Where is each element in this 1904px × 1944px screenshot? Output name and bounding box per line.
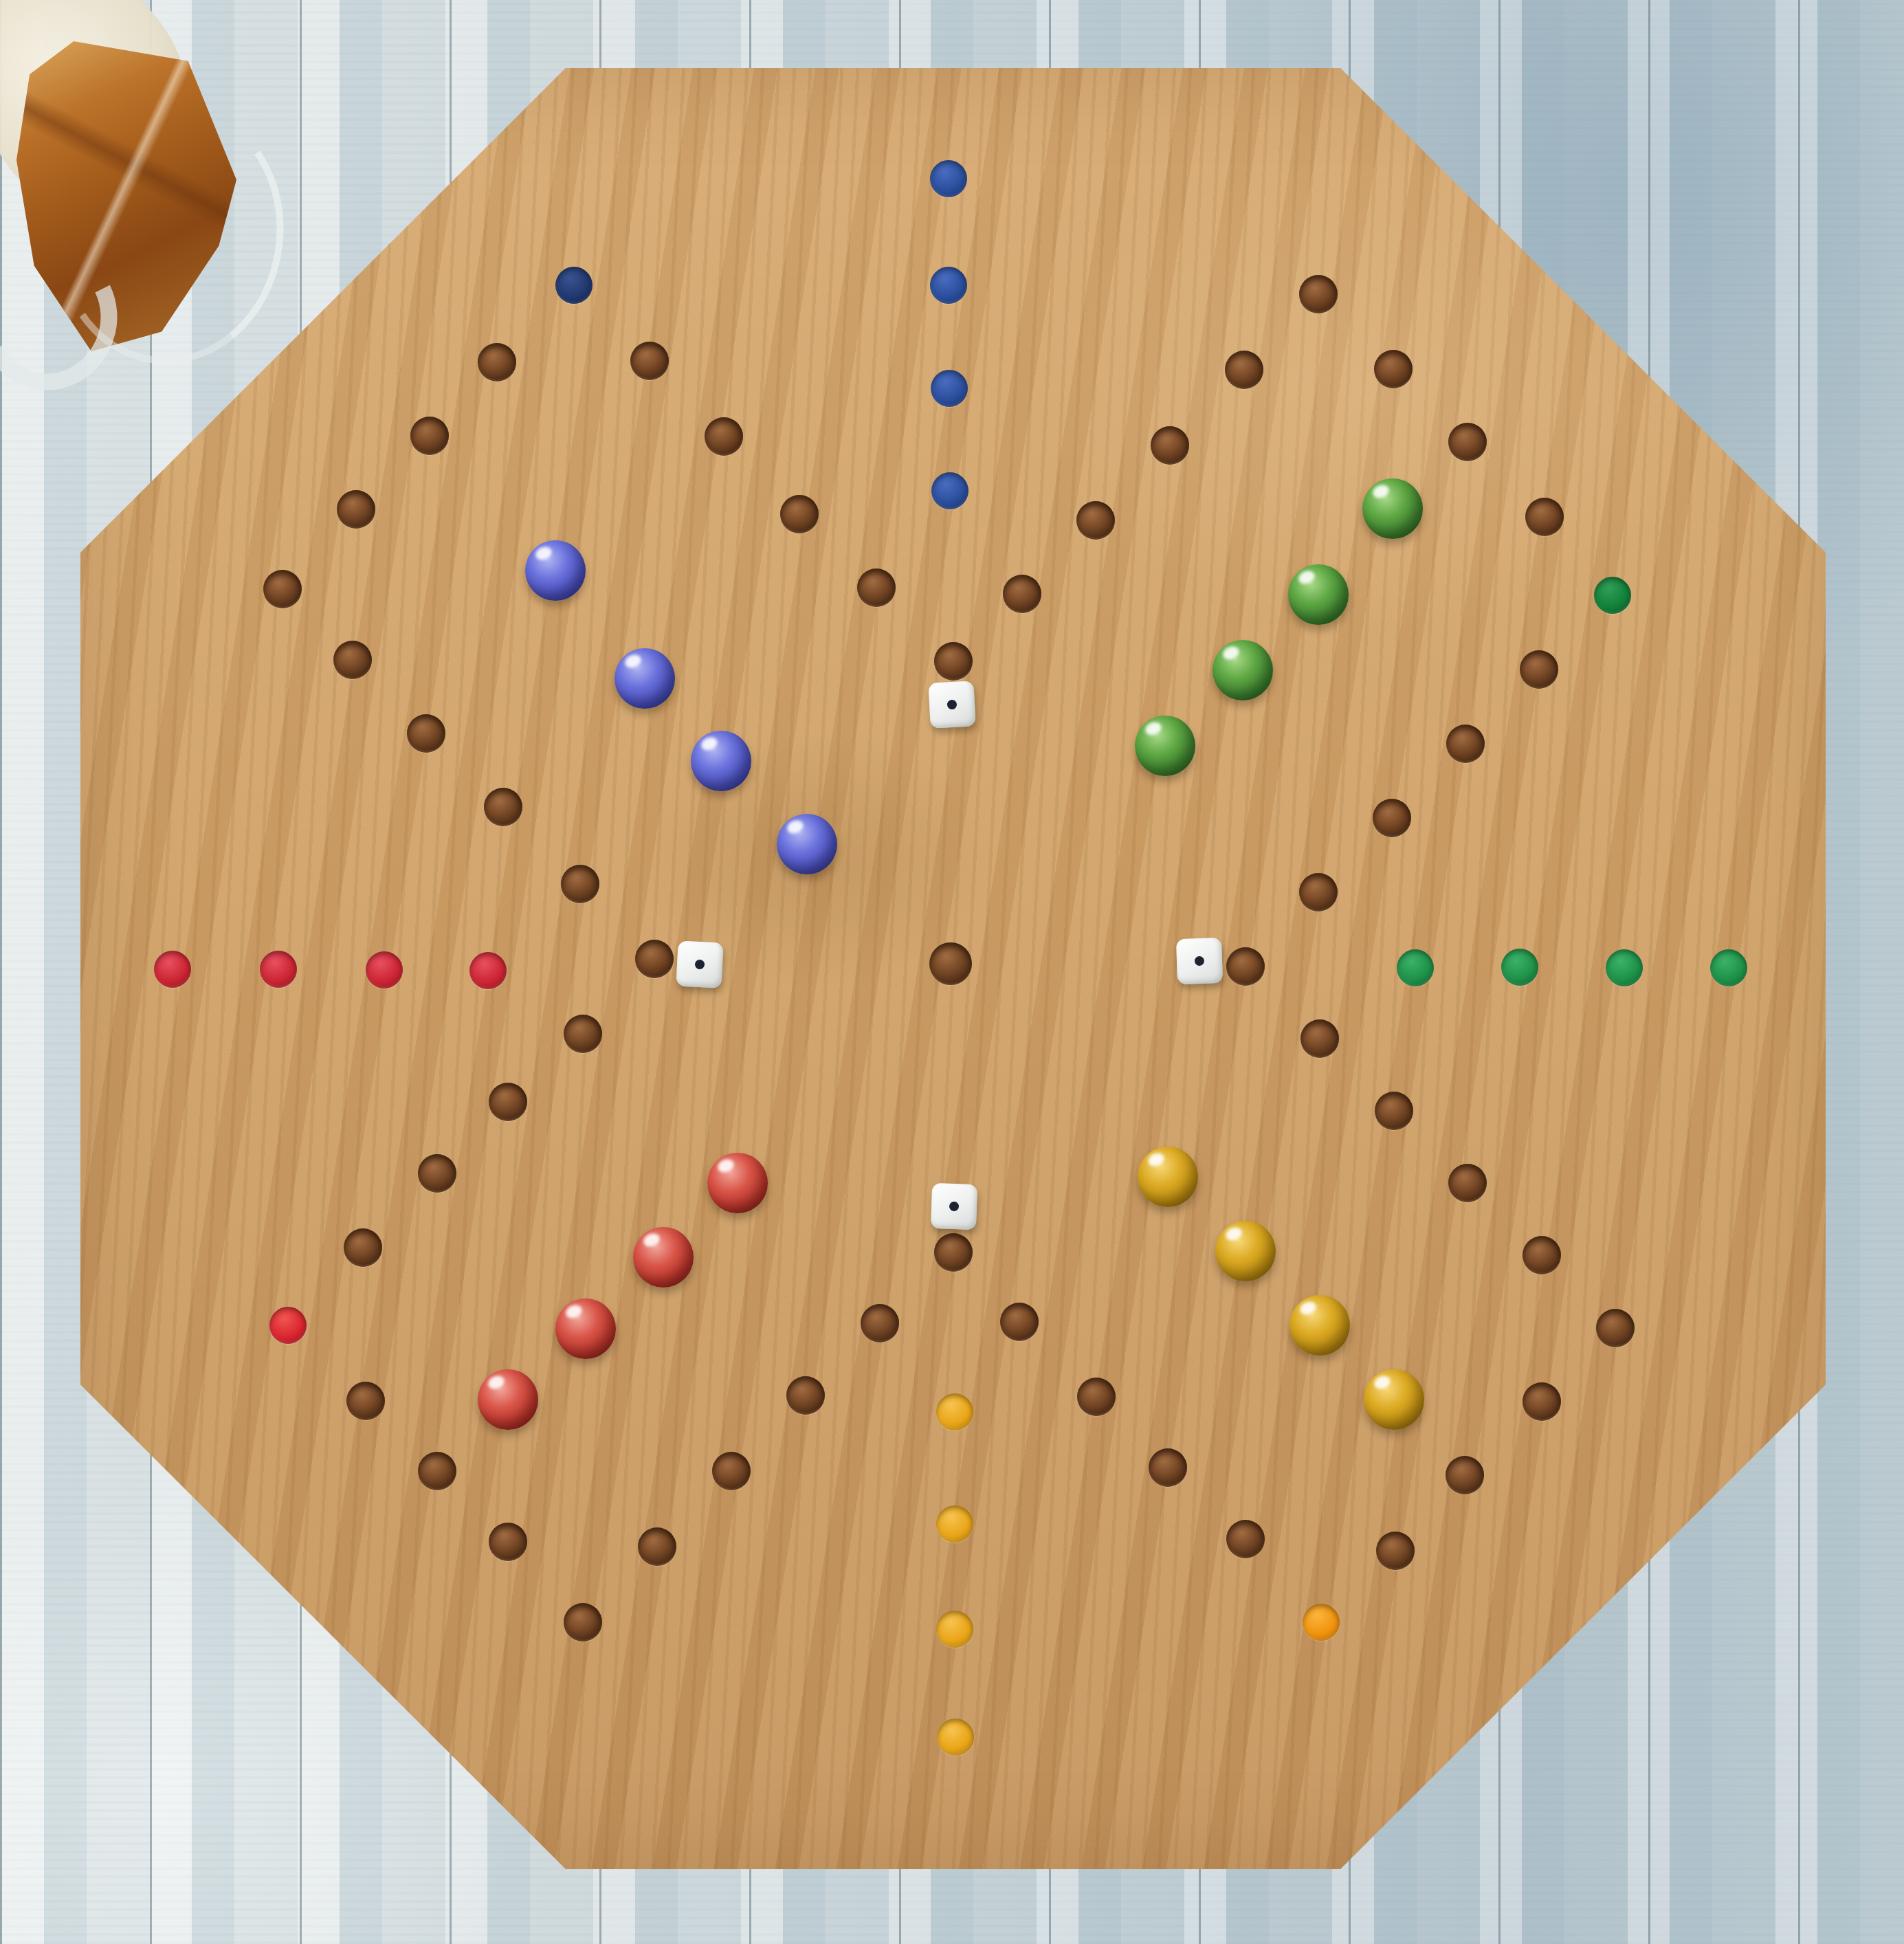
track-hole — [418, 1154, 456, 1193]
track-hole — [857, 568, 896, 607]
home-hole-green — [1397, 949, 1434, 986]
track-hole — [934, 1233, 973, 1272]
home-hole-green — [1501, 949, 1538, 986]
track-hole — [1374, 350, 1413, 388]
home-hole-green — [1710, 949, 1747, 986]
track-hole — [489, 1523, 527, 1561]
track-hole — [1376, 1532, 1415, 1570]
marble-yellow[interactable] — [1138, 1147, 1198, 1207]
track-hole — [564, 1015, 602, 1053]
track-hole — [1000, 1303, 1039, 1341]
track-hole — [861, 1304, 899, 1343]
home-hole-yellow — [937, 1719, 974, 1756]
track-hole — [1373, 799, 1411, 837]
track-hole — [780, 495, 819, 533]
marble-blue[interactable] — [777, 814, 837, 874]
track-hole — [1299, 873, 1338, 912]
home-hole-red — [469, 952, 507, 989]
track-hole — [337, 490, 375, 529]
marble-red[interactable] — [478, 1369, 538, 1430]
marble-red[interactable] — [633, 1227, 694, 1288]
start-hole-blue — [555, 267, 593, 304]
center-hole — [929, 942, 972, 985]
track-hole — [934, 642, 973, 681]
home-hole-blue — [931, 472, 968, 509]
marble-green[interactable] — [1135, 716, 1195, 776]
tea-glass — [0, 0, 263, 426]
track-hole — [1003, 575, 1041, 613]
track-hole — [1375, 1092, 1413, 1130]
home-hole-red — [154, 951, 191, 988]
track-hole — [635, 940, 674, 978]
marble-green[interactable] — [1213, 640, 1273, 700]
home-hole-yellow — [936, 1393, 973, 1431]
marble-red[interactable] — [707, 1153, 768, 1213]
marble-red[interactable] — [555, 1299, 616, 1359]
track-hole — [1448, 423, 1487, 461]
holes-and-pieces-layer — [80, 68, 1826, 1869]
track-hole — [407, 714, 445, 753]
track-hole — [705, 417, 743, 456]
track-hole — [1523, 1236, 1561, 1274]
track-hole — [1523, 1382, 1561, 1421]
home-hole-blue — [930, 160, 967, 197]
track-hole — [1151, 426, 1189, 465]
track-hole — [1520, 650, 1558, 689]
die-pip — [949, 1202, 959, 1211]
home-hole-red — [260, 951, 297, 988]
game-board — [80, 68, 1826, 1869]
die[interactable] — [676, 940, 723, 988]
track-hole — [1596, 1309, 1635, 1347]
marble-blue[interactable] — [615, 648, 675, 709]
track-hole — [333, 641, 372, 679]
track-hole — [638, 1527, 676, 1566]
track-hole — [1300, 1019, 1339, 1058]
track-hole — [1299, 275, 1338, 313]
track-hole — [1076, 501, 1115, 540]
home-hole-green — [1606, 949, 1643, 986]
home-hole-red — [366, 951, 403, 988]
track-hole — [346, 1382, 385, 1420]
home-hole-yellow — [936, 1505, 973, 1543]
die-pip — [1195, 956, 1204, 966]
die[interactable] — [928, 681, 975, 728]
start-hole-yellow — [1303, 1604, 1340, 1641]
track-hole — [263, 570, 302, 608]
track-hole — [1149, 1448, 1187, 1487]
marble-yellow[interactable] — [1289, 1295, 1350, 1356]
track-hole — [630, 342, 669, 380]
marble-blue[interactable] — [525, 540, 586, 601]
start-hole-red — [269, 1307, 307, 1344]
home-hole-blue — [931, 370, 968, 407]
marble-blue[interactable] — [691, 731, 751, 791]
track-hole — [1225, 351, 1263, 389]
marble-yellow[interactable] — [1364, 1369, 1424, 1430]
track-hole — [1446, 725, 1485, 763]
track-hole — [1525, 498, 1564, 536]
track-hole — [344, 1228, 382, 1267]
track-hole — [418, 1452, 456, 1490]
die-pip — [695, 960, 705, 970]
track-hole — [489, 1083, 527, 1121]
home-hole-yellow — [936, 1611, 973, 1648]
track-hole — [1448, 1164, 1487, 1202]
die-pip — [947, 700, 957, 710]
track-hole — [478, 343, 516, 382]
start-hole-green — [1594, 577, 1631, 614]
track-hole — [1446, 1456, 1484, 1494]
track-hole — [564, 1603, 602, 1642]
track-hole — [786, 1376, 825, 1415]
track-hole — [1077, 1378, 1116, 1416]
home-hole-blue — [930, 267, 967, 304]
photo-stage — [0, 0, 1904, 1944]
marble-green[interactable] — [1362, 478, 1423, 539]
track-hole — [1226, 1520, 1265, 1558]
marble-yellow[interactable] — [1215, 1221, 1276, 1281]
track-hole — [484, 788, 522, 826]
die[interactable] — [931, 1183, 977, 1230]
track-hole — [561, 865, 599, 903]
track-hole — [1226, 947, 1265, 986]
marble-green[interactable] — [1288, 564, 1349, 625]
track-hole — [410, 417, 449, 455]
die[interactable] — [1176, 938, 1223, 984]
track-hole — [712, 1452, 751, 1490]
